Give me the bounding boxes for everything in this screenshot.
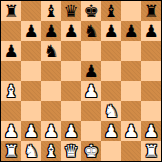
- piece-black-pawn[interactable]: ♟: [83, 61, 98, 81]
- square-g1[interactable]: [121, 141, 141, 161]
- square-b6[interactable]: [21, 41, 41, 61]
- square-e1[interactable]: ♚: [81, 141, 101, 161]
- square-f4[interactable]: [101, 81, 121, 101]
- square-h1[interactable]: ♜: [141, 141, 161, 161]
- square-b2[interactable]: ♟: [21, 121, 41, 141]
- square-f8[interactable]: ♝: [101, 1, 121, 21]
- square-d5[interactable]: [61, 61, 81, 81]
- square-c2[interactable]: ♟: [41, 121, 61, 141]
- piece-white-bishop[interactable]: ♝: [43, 141, 58, 161]
- piece-white-pawn[interactable]: ♟: [123, 121, 138, 141]
- square-h3[interactable]: [141, 101, 161, 121]
- square-g5[interactable]: [121, 61, 141, 81]
- piece-white-pawn[interactable]: ♟: [23, 121, 38, 141]
- square-b1[interactable]: ♞: [21, 141, 41, 161]
- square-d4[interactable]: [61, 81, 81, 101]
- square-a7[interactable]: [1, 21, 21, 41]
- square-c3[interactable]: [41, 101, 61, 121]
- square-b4[interactable]: [21, 81, 41, 101]
- square-e2[interactable]: [81, 121, 101, 141]
- piece-black-knight[interactable]: ♞: [43, 41, 58, 61]
- piece-black-rook[interactable]: ♜: [143, 1, 158, 21]
- square-b8[interactable]: [21, 1, 41, 21]
- square-g4[interactable]: [121, 81, 141, 101]
- piece-black-bishop[interactable]: ♝: [43, 1, 58, 21]
- square-c4[interactable]: [41, 81, 61, 101]
- square-f3[interactable]: ♞: [101, 101, 121, 121]
- square-f1[interactable]: [101, 141, 121, 161]
- piece-black-king[interactable]: ♚: [83, 1, 98, 21]
- piece-white-bishop[interactable]: ♝: [3, 81, 18, 101]
- piece-black-queen[interactable]: ♛: [63, 1, 78, 21]
- square-a6[interactable]: ♟: [1, 41, 21, 61]
- piece-white-pawn[interactable]: ♟: [103, 121, 118, 141]
- piece-white-pawn[interactable]: ♟: [143, 121, 158, 141]
- square-b5[interactable]: [21, 61, 41, 81]
- chess-board[interactable]: ♜♝♛♚♝♜♟♟♟♞♟♟♟♟♞♟♝♟♞♟♟♟♟♟♟♟♜♞♝♛♚♜: [1, 1, 161, 161]
- piece-black-pawn[interactable]: ♟: [143, 21, 158, 41]
- square-c5[interactable]: [41, 61, 61, 81]
- piece-black-pawn[interactable]: ♟: [63, 21, 78, 41]
- square-e5[interactable]: ♟: [81, 61, 101, 81]
- square-h5[interactable]: [141, 61, 161, 81]
- piece-white-knight[interactable]: ♞: [23, 141, 38, 161]
- piece-black-pawn[interactable]: ♟: [3, 41, 18, 61]
- square-a5[interactable]: [1, 61, 21, 81]
- square-c6[interactable]: ♞: [41, 41, 61, 61]
- square-e4[interactable]: ♟: [81, 81, 101, 101]
- piece-white-rook[interactable]: ♜: [143, 141, 158, 161]
- square-b7[interactable]: ♟: [21, 21, 41, 41]
- piece-white-pawn[interactable]: ♟: [63, 121, 78, 141]
- square-a4[interactable]: ♝: [1, 81, 21, 101]
- piece-black-knight[interactable]: ♞: [83, 21, 98, 41]
- square-a1[interactable]: ♜: [1, 141, 21, 161]
- square-h8[interactable]: ♜: [141, 1, 161, 21]
- square-g8[interactable]: [121, 1, 141, 21]
- square-e6[interactable]: [81, 41, 101, 61]
- square-b3[interactable]: [21, 101, 41, 121]
- square-a3[interactable]: [1, 101, 21, 121]
- square-g7[interactable]: ♟: [121, 21, 141, 41]
- piece-black-rook[interactable]: ♜: [3, 1, 18, 21]
- piece-black-pawn[interactable]: ♟: [23, 21, 38, 41]
- piece-white-king[interactable]: ♚: [83, 141, 98, 161]
- square-d3[interactable]: [61, 101, 81, 121]
- piece-white-rook[interactable]: ♜: [3, 141, 18, 161]
- piece-black-pawn[interactable]: ♟: [103, 21, 118, 41]
- square-a8[interactable]: ♜: [1, 1, 21, 21]
- square-f5[interactable]: [101, 61, 121, 81]
- piece-white-knight[interactable]: ♞: [103, 101, 118, 121]
- square-d1[interactable]: ♛: [61, 141, 81, 161]
- square-d7[interactable]: ♟: [61, 21, 81, 41]
- piece-white-pawn[interactable]: ♟: [83, 81, 98, 101]
- square-g6[interactable]: [121, 41, 141, 61]
- square-a2[interactable]: ♟: [1, 121, 21, 141]
- piece-white-pawn[interactable]: ♟: [3, 121, 18, 141]
- square-h7[interactable]: ♟: [141, 21, 161, 41]
- square-d8[interactable]: ♛: [61, 1, 81, 21]
- piece-black-pawn[interactable]: ♟: [123, 21, 138, 41]
- square-c1[interactable]: ♝: [41, 141, 61, 161]
- square-f7[interactable]: ♟: [101, 21, 121, 41]
- square-h2[interactable]: ♟: [141, 121, 161, 141]
- square-e3[interactable]: [81, 101, 101, 121]
- square-c8[interactable]: ♝: [41, 1, 61, 21]
- square-h4[interactable]: [141, 81, 161, 101]
- square-e7[interactable]: ♞: [81, 21, 101, 41]
- square-e8[interactable]: ♚: [81, 1, 101, 21]
- square-g3[interactable]: [121, 101, 141, 121]
- square-g2[interactable]: ♟: [121, 121, 141, 141]
- square-f6[interactable]: [101, 41, 121, 61]
- square-d6[interactable]: [61, 41, 81, 61]
- square-d2[interactable]: ♟: [61, 121, 81, 141]
- piece-black-pawn[interactable]: ♟: [43, 21, 58, 41]
- piece-white-queen[interactable]: ♛: [63, 141, 78, 161]
- square-c7[interactable]: ♟: [41, 21, 61, 41]
- piece-white-pawn[interactable]: ♟: [43, 121, 58, 141]
- chess-board-frame: ♜♝♛♚♝♜♟♟♟♞♟♟♟♟♞♟♝♟♞♟♟♟♟♟♟♟♜♞♝♛♚♜: [0, 0, 162, 162]
- square-f2[interactable]: ♟: [101, 121, 121, 141]
- square-h6[interactable]: [141, 41, 161, 61]
- piece-black-bishop[interactable]: ♝: [103, 1, 118, 21]
